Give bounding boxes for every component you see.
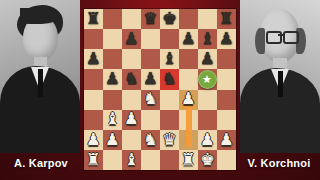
piece-black-pawn-d5[interactable]: ♟	[141, 69, 160, 89]
square-b5[interactable]: ♟	[103, 69, 122, 89]
piece-black-pawn-f7[interactable]: ♟	[179, 29, 198, 49]
square-e7[interactable]	[160, 29, 179, 49]
square-d8[interactable]: ♛	[141, 9, 160, 29]
square-b1[interactable]	[103, 150, 122, 170]
square-g1[interactable]: ♚	[198, 150, 217, 170]
piece-black-bishop-g7[interactable]: ♝	[198, 29, 217, 49]
square-g7[interactable]: ♝	[198, 29, 217, 49]
square-b2[interactable]: ♟	[103, 130, 122, 150]
piece-white-rook-f1[interactable]: ♜	[179, 150, 198, 170]
korchnoi-hair-left	[255, 28, 265, 54]
piece-black-king-e8[interactable]: ♚	[160, 9, 179, 29]
square-e5[interactable]: ♞	[160, 69, 179, 89]
karpov-tie	[38, 69, 43, 97]
piece-black-rook-h8[interactable]: ♜	[217, 9, 236, 29]
square-e1[interactable]	[160, 150, 179, 170]
piece-black-knight-e5[interactable]: ♞	[160, 69, 179, 89]
square-c3[interactable]: ♟	[122, 110, 141, 130]
korchnoi-glasses-bridge	[278, 34, 284, 36]
square-d4[interactable]: ♞	[141, 90, 160, 110]
piece-black-bishop-e6[interactable]: ♝	[160, 49, 179, 69]
square-d3[interactable]	[141, 110, 160, 130]
square-c5[interactable]: ♞	[122, 69, 141, 89]
square-a8[interactable]: ♜	[84, 9, 103, 29]
piece-black-pawn-h7[interactable]: ♟	[217, 29, 236, 49]
square-d2[interactable]: ♞	[141, 130, 160, 150]
square-a3[interactable]	[84, 110, 103, 130]
best-move-star-icon: ★	[198, 70, 217, 89]
piece-white-pawn-c3[interactable]: ♟	[122, 110, 141, 130]
square-c8[interactable]	[122, 9, 141, 29]
square-c4[interactable]	[122, 90, 141, 110]
square-b3[interactable]: ♝	[103, 110, 122, 130]
korchnoi-tie	[278, 71, 283, 97]
square-c2[interactable]	[122, 130, 141, 150]
karpov-photo	[0, 0, 80, 153]
square-f1[interactable]: ♜	[179, 150, 198, 170]
korchnoi-photo	[240, 0, 320, 153]
piece-white-pawn-g2[interactable]: ♟	[198, 130, 217, 150]
piece-white-knight-d4[interactable]: ♞	[141, 90, 160, 110]
square-g8[interactable]	[198, 9, 217, 29]
chess-board: ♜♛♚♜♟♟♝♟♟♝♟♟♞♟♞♞♟♝♟♟♟♞♛♟♟♜♝♜♚★	[84, 9, 236, 170]
karpov-hair-fringe	[20, 8, 60, 24]
piece-white-bishop-b3[interactable]: ♝	[103, 110, 122, 130]
square-f5[interactable]	[179, 69, 198, 89]
square-a6[interactable]: ♟	[84, 49, 103, 69]
square-g2[interactable]: ♟	[198, 130, 217, 150]
square-g6[interactable]: ♟	[198, 49, 217, 69]
square-h7[interactable]: ♟	[217, 29, 236, 49]
square-a5[interactable]	[84, 69, 103, 89]
player-name-left: A. Karpov	[0, 157, 83, 169]
piece-white-knight-d2[interactable]: ♞	[141, 130, 160, 150]
move-arrow-shaft	[186, 108, 192, 147]
piece-white-rook-a1[interactable]: ♜	[84, 150, 103, 170]
square-f4[interactable]: ♟	[179, 90, 198, 110]
piece-black-queen-d8[interactable]: ♛	[141, 9, 160, 29]
piece-black-rook-a8[interactable]: ♜	[84, 9, 103, 29]
piece-white-pawn-b2[interactable]: ♟	[103, 130, 122, 150]
square-h8[interactable]: ♜	[217, 9, 236, 29]
square-h3[interactable]	[217, 110, 236, 130]
square-e3[interactable]	[160, 110, 179, 130]
square-h2[interactable]: ♟	[217, 130, 236, 150]
square-d6[interactable]	[141, 49, 160, 69]
square-d5[interactable]: ♟	[141, 69, 160, 89]
square-d7[interactable]	[141, 29, 160, 49]
square-e2[interactable]: ♛	[160, 130, 179, 150]
player-name-right: V. Korchnoi	[237, 157, 320, 169]
piece-white-pawn-h2[interactable]: ♟	[217, 130, 236, 150]
square-h6[interactable]	[217, 49, 236, 69]
square-b4[interactable]	[103, 90, 122, 110]
piece-white-pawn-f4[interactable]: ♟	[179, 90, 198, 110]
square-f7[interactable]: ♟	[179, 29, 198, 49]
piece-white-king-g1[interactable]: ♚	[198, 150, 217, 170]
piece-black-pawn-c7[interactable]: ♟	[122, 29, 141, 49]
square-e8[interactable]: ♚	[160, 9, 179, 29]
square-e6[interactable]: ♝	[160, 49, 179, 69]
piece-white-queen-e2[interactable]: ♛	[160, 130, 179, 150]
square-a2[interactable]: ♟	[84, 130, 103, 150]
square-c6[interactable]	[122, 49, 141, 69]
square-b6[interactable]	[103, 49, 122, 69]
square-h4[interactable]	[217, 90, 236, 110]
korchnoi-glasses-right-lens	[283, 31, 299, 44]
piece-black-pawn-g6[interactable]: ♟	[198, 49, 217, 69]
square-d1[interactable]	[141, 150, 160, 170]
korchnoi-glasses-left-lens	[266, 31, 282, 44]
square-c7[interactable]: ♟	[122, 29, 141, 49]
square-a7[interactable]	[84, 29, 103, 49]
square-h1[interactable]	[217, 150, 236, 170]
piece-black-knight-c5[interactable]: ♞	[122, 69, 141, 89]
square-h5[interactable]	[217, 69, 236, 89]
square-f8[interactable]	[179, 9, 198, 29]
square-a1[interactable]: ♜	[84, 150, 103, 170]
piece-black-pawn-a6[interactable]: ♟	[84, 49, 103, 69]
piece-black-pawn-b5[interactable]: ♟	[103, 69, 122, 89]
piece-white-pawn-a2[interactable]: ♟	[84, 130, 103, 150]
square-g4[interactable]	[198, 90, 217, 110]
square-e4[interactable]	[160, 90, 179, 110]
square-a4[interactable]	[84, 90, 103, 110]
square-g3[interactable]	[198, 110, 217, 130]
square-b7[interactable]	[103, 29, 122, 49]
piece-white-bishop-c1[interactable]: ♝	[122, 150, 141, 170]
square-f6[interactable]	[179, 49, 198, 69]
square-b8[interactable]	[103, 9, 122, 29]
square-c1[interactable]: ♝	[122, 150, 141, 170]
thumbnail-canvas: A. Karpov V. Korchnoi ♜♛♚♜♟♟♝♟♟♝♟♟♞♟♞♞♟♝…	[0, 0, 320, 180]
